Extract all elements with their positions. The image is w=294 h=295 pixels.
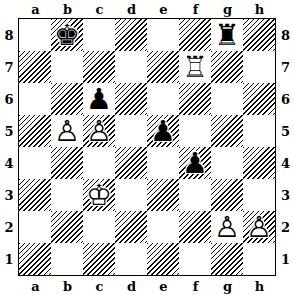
square-c5[interactable]: ♟♙ [83,115,115,147]
piece-glyph: ♙ [83,115,115,147]
square-g8[interactable]: ♜♜ [211,19,243,51]
rank-label-4: 4 [278,148,294,180]
piece-glyph: ♙ [211,211,243,243]
square-c6[interactable]: ♟♟ [83,83,115,115]
square-f4[interactable]: ♟♟ [179,147,211,179]
square-c1[interactable] [83,243,115,275]
square-b6[interactable] [51,83,83,115]
square-f3[interactable] [179,179,211,211]
file-label-c: c [84,0,116,18]
file-label-f: f [180,278,212,295]
rank-label-3: 3 [0,180,18,212]
square-a6[interactable] [19,83,51,115]
file-label-b: b [52,278,84,295]
rank-label-5: 5 [0,116,18,148]
square-e7[interactable] [147,51,179,83]
piece-glyph: ♟ [147,115,179,147]
square-e6[interactable] [147,83,179,115]
square-g2[interactable]: ♟♙ [211,211,243,243]
square-g3[interactable] [211,179,243,211]
rank-label-7: 7 [0,52,18,84]
black-pawn[interactable]: ♟♟ [147,115,179,147]
file-label-f: f [180,0,212,18]
rank-label-7: 7 [278,52,294,84]
square-d5[interactable] [115,115,147,147]
square-a1[interactable] [19,243,51,275]
white-pawn[interactable]: ♟♙ [83,115,115,147]
rank-label-6: 6 [0,84,18,116]
square-f7[interactable]: ♜♖ [179,51,211,83]
square-h6[interactable] [243,83,275,115]
square-e5[interactable]: ♟♟ [147,115,179,147]
square-e4[interactable] [147,147,179,179]
square-h7[interactable] [243,51,275,83]
chess-diagram: abcdefgh 87654321 ♚♚♜♜♜♖♟♟♟♙♟♙♟♟♟♟♚♔♟♙♟♙… [0,0,294,295]
square-f1[interactable] [179,243,211,275]
black-rook[interactable]: ♜♜ [211,19,243,51]
square-f6[interactable] [179,83,211,115]
file-labels-bottom: abcdefgh [20,278,276,295]
square-c2[interactable] [83,211,115,243]
rank-labels-left: 87654321 [0,20,18,276]
square-d6[interactable] [115,83,147,115]
square-a3[interactable] [19,179,51,211]
square-b5[interactable]: ♟♙ [51,115,83,147]
piece-glyph: ♟ [179,147,211,179]
square-b3[interactable] [51,179,83,211]
square-h2[interactable]: ♟♙ [243,211,275,243]
square-h3[interactable] [243,179,275,211]
rank-label-1: 1 [0,244,18,276]
rank-label-8: 8 [278,20,294,52]
black-king[interactable]: ♚♚ [51,19,83,51]
file-label-e: e [148,0,180,18]
square-h1[interactable] [243,243,275,275]
square-a8[interactable] [19,19,51,51]
file-label-g: g [212,278,244,295]
square-c3[interactable]: ♚♔ [83,179,115,211]
square-d1[interactable] [115,243,147,275]
square-h4[interactable] [243,147,275,179]
piece-glyph: ♚ [51,19,83,51]
piece-glyph: ♙ [51,115,83,147]
file-label-a: a [20,278,52,295]
black-pawn[interactable]: ♟♟ [83,83,115,115]
piece-glyph: ♙ [243,211,275,243]
rank-label-3: 3 [278,180,294,212]
rank-label-4: 4 [0,148,18,180]
square-b7[interactable] [51,51,83,83]
square-b4[interactable] [51,147,83,179]
piece-glyph: ♜ [211,19,243,51]
piece-glyph: ♔ [83,179,115,211]
square-h5[interactable] [243,115,275,147]
square-h8[interactable] [243,19,275,51]
piece-glyph: ♟ [83,83,115,115]
square-e8[interactable] [147,19,179,51]
square-a7[interactable] [19,51,51,83]
file-label-d: d [116,0,148,18]
square-g7[interactable] [211,51,243,83]
file-label-e: e [148,278,180,295]
white-pawn[interactable]: ♟♙ [51,115,83,147]
file-label-h: h [244,278,276,295]
square-d8[interactable] [115,19,147,51]
square-f8[interactable] [179,19,211,51]
square-a2[interactable] [19,211,51,243]
square-b1[interactable] [51,243,83,275]
square-c7[interactable] [83,51,115,83]
file-label-a: a [20,0,52,18]
rank-label-1: 1 [278,244,294,276]
file-label-h: h [244,0,276,18]
square-d2[interactable] [115,211,147,243]
square-d3[interactable] [115,179,147,211]
square-d4[interactable] [115,147,147,179]
rank-label-8: 8 [0,20,18,52]
square-b2[interactable] [51,211,83,243]
square-f5[interactable] [179,115,211,147]
square-e2[interactable] [147,211,179,243]
rank-label-5: 5 [278,116,294,148]
rank-label-2: 2 [0,212,18,244]
square-c8[interactable] [83,19,115,51]
square-e1[interactable] [147,243,179,275]
file-label-g: g [212,0,244,18]
square-b8[interactable]: ♚♚ [51,19,83,51]
white-king[interactable]: ♚♔ [83,179,115,211]
black-pawn[interactable]: ♟♟ [179,147,211,179]
piece-glyph: ♖ [179,51,211,83]
square-d7[interactable] [115,51,147,83]
file-label-c: c [84,278,116,295]
square-e3[interactable] [147,179,179,211]
rank-labels-right: 87654321 [278,20,294,276]
square-g1[interactable] [211,243,243,275]
white-pawn[interactable]: ♟♙ [243,211,275,243]
rank-label-6: 6 [278,84,294,116]
white-pawn[interactable]: ♟♙ [211,211,243,243]
square-c4[interactable] [83,147,115,179]
rank-label-2: 2 [278,212,294,244]
chess-board: ♚♚♜♜♜♖♟♟♟♙♟♙♟♟♟♟♚♔♟♙♟♙ [18,18,276,276]
square-a4[interactable] [19,147,51,179]
square-a5[interactable] [19,115,51,147]
file-label-d: d [116,278,148,295]
file-labels-top: abcdefgh [20,0,276,18]
square-f2[interactable] [179,211,211,243]
white-rook[interactable]: ♜♖ [179,51,211,83]
file-label-b: b [52,0,84,18]
square-g4[interactable] [211,147,243,179]
square-g5[interactable] [211,115,243,147]
square-g6[interactable] [211,83,243,115]
